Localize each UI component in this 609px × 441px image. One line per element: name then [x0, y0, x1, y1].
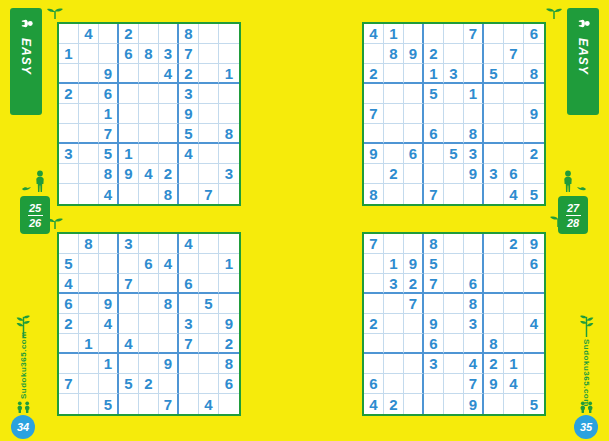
sudoku-cell-r9c8[interactable]: 4: [504, 184, 524, 204]
sudoku-cell-r9c2[interactable]: [79, 184, 99, 204]
sudoku-cell-r9c4[interactable]: [424, 394, 444, 414]
sudoku-cell-r4c4[interactable]: [119, 84, 139, 104]
sudoku-cell-r8c4[interactable]: 5: [119, 374, 139, 394]
sudoku-cell-r4c1[interactable]: 2: [59, 84, 79, 104]
sudoku-cell-r3c6[interactable]: 6: [464, 274, 484, 294]
sudoku-cell-r4c4[interactable]: [119, 294, 139, 314]
sudoku-cell-r4c4[interactable]: [424, 294, 444, 314]
sudoku-cell-r2c3[interactable]: [99, 254, 119, 274]
sudoku-cell-r9c8[interactable]: [504, 394, 524, 414]
sudoku-cell-r6c7[interactable]: 8: [484, 334, 504, 354]
sudoku-cell-r3c8[interactable]: [199, 274, 219, 294]
sudoku-cell-r8c5[interactable]: [444, 374, 464, 394]
sudoku-cell-r3c9[interactable]: 8: [524, 64, 544, 84]
sudoku-cell-r1c7[interactable]: 4: [179, 234, 199, 254]
sudoku-cell-r2c3[interactable]: 9: [404, 44, 424, 64]
sudoku-cell-r4c2[interactable]: [384, 84, 404, 104]
sudoku-cell-r5c9[interactable]: 4: [524, 314, 544, 334]
sudoku-cell-r5c2[interactable]: [79, 104, 99, 124]
sudoku-cell-r7c1[interactable]: 9: [364, 144, 384, 164]
sudoku-cell-r9c4[interactable]: [119, 394, 139, 414]
sudoku-cell-r5c2[interactable]: [384, 104, 404, 124]
sudoku-cell-r6c2[interactable]: [384, 334, 404, 354]
sudoku-cell-r8c4[interactable]: [424, 374, 444, 394]
sudoku-cell-r9c4[interactable]: 7: [424, 184, 444, 204]
sudoku-cell-r4c7[interactable]: [484, 84, 504, 104]
sudoku-cell-r1c3[interactable]: [404, 234, 424, 254]
sudoku-cell-r4c9[interactable]: [524, 294, 544, 314]
sudoku-cell-r8c8[interactable]: 4: [504, 374, 524, 394]
sudoku-cell-r1c4[interactable]: 3: [119, 234, 139, 254]
sudoku-cell-r7c3[interactable]: 6: [404, 144, 424, 164]
sudoku-cell-r8c5[interactable]: 4: [139, 164, 159, 184]
sudoku-cell-r5c1[interactable]: 2: [364, 314, 384, 334]
sudoku-cell-r2c1[interactable]: 5: [59, 254, 79, 274]
sudoku-cell-r7c7[interactable]: [484, 144, 504, 164]
sudoku-cell-r8c1[interactable]: 7: [59, 374, 79, 394]
sudoku-cell-r2c1[interactable]: [364, 44, 384, 64]
sudoku-cell-r1c9[interactable]: 6: [524, 24, 544, 44]
sudoku-cell-r3c2[interactable]: [79, 274, 99, 294]
sudoku-cell-r3c6[interactable]: [464, 64, 484, 84]
sudoku-cell-r7c6[interactable]: [159, 144, 179, 164]
sudoku-cell-r5c5[interactable]: [139, 314, 159, 334]
sudoku-cell-r2c6[interactable]: [464, 44, 484, 64]
sudoku-cell-r7c5[interactable]: 5: [444, 144, 464, 164]
sudoku-cell-r7c3[interactable]: 1: [99, 354, 119, 374]
sudoku-cell-r2c7[interactable]: [484, 254, 504, 274]
sudoku-cell-r1c5[interactable]: [139, 24, 159, 44]
sudoku-cell-r5c7[interactable]: [484, 314, 504, 334]
sudoku-cell-r6c5[interactable]: [444, 334, 464, 354]
sudoku-cell-r3c4[interactable]: [119, 64, 139, 84]
sudoku-cell-r3c9[interactable]: 1: [219, 64, 239, 84]
sudoku-cell-r8c2[interactable]: [79, 374, 99, 394]
sudoku-cell-r7c4[interactable]: [119, 354, 139, 374]
sudoku-cell-r4c5[interactable]: [139, 294, 159, 314]
sudoku-cell-r6c8[interactable]: [504, 124, 524, 144]
sudoku-cell-r9c2[interactable]: [79, 394, 99, 414]
sudoku-cell-r4c3[interactable]: 6: [99, 84, 119, 104]
sudoku-cell-r5c2[interactable]: [384, 314, 404, 334]
sudoku-cell-r8c1[interactable]: [59, 164, 79, 184]
sudoku-cell-r1c9[interactable]: [219, 24, 239, 44]
sudoku-cell-r2c9[interactable]: [524, 44, 544, 64]
sudoku-cell-r9c2[interactable]: 2: [384, 394, 404, 414]
sudoku-cell-r4c3[interactable]: 9: [99, 294, 119, 314]
sudoku-cell-r9c9[interactable]: [219, 394, 239, 414]
sudoku-cell-r2c4[interactable]: 6: [119, 44, 139, 64]
sudoku-cell-r7c2[interactable]: [384, 144, 404, 164]
sudoku-cell-r8c6[interactable]: 7: [464, 374, 484, 394]
sudoku-cell-r2c8[interactable]: [199, 254, 219, 274]
sudoku-cell-r2c7[interactable]: [179, 254, 199, 274]
sudoku-cell-r2c3[interactable]: 9: [404, 254, 424, 274]
sudoku-cell-r8c6[interactable]: 2: [159, 164, 179, 184]
sudoku-cell-r8c8[interactable]: 6: [504, 164, 524, 184]
sudoku-cell-r8c8[interactable]: [199, 164, 219, 184]
sudoku-cell-r2c8[interactable]: [504, 254, 524, 274]
sudoku-cell-r1c6[interactable]: [464, 234, 484, 254]
sudoku-cell-r2c4[interactable]: [119, 254, 139, 274]
sudoku-cell-r8c9[interactable]: [524, 164, 544, 184]
sudoku-cell-r5c9[interactable]: 9: [219, 314, 239, 334]
sudoku-cell-r3c2[interactable]: [384, 64, 404, 84]
sudoku-cell-r5c3[interactable]: 1: [99, 104, 119, 124]
sudoku-cell-r5c5[interactable]: [444, 314, 464, 334]
sudoku-cell-r3c9[interactable]: [219, 274, 239, 294]
sudoku-cell-r9c7[interactable]: [484, 394, 504, 414]
sudoku-cell-r9c9[interactable]: 5: [524, 394, 544, 414]
sudoku-cell-r4c8[interactable]: [504, 84, 524, 104]
sudoku-cell-r7c6[interactable]: 3: [464, 144, 484, 164]
sudoku-cell-r1c3[interactable]: [404, 24, 424, 44]
sudoku-cell-r7c9[interactable]: 8: [219, 354, 239, 374]
sudoku-cell-r1c5[interactable]: [444, 234, 464, 254]
sudoku-cell-r5c5[interactable]: [139, 104, 159, 124]
sudoku-cell-r5c5[interactable]: [444, 104, 464, 124]
sudoku-cell-r6c9[interactable]: 2: [219, 334, 239, 354]
sudoku-cell-r4c3[interactable]: 7: [404, 294, 424, 314]
sudoku-cell-r5c9[interactable]: 9: [524, 104, 544, 124]
sudoku-cell-r2c8[interactable]: [199, 44, 219, 64]
sudoku-cell-r8c2[interactable]: [384, 374, 404, 394]
sudoku-cell-r7c6[interactable]: 9: [159, 354, 179, 374]
sudoku-cell-r1c4[interactable]: 8: [424, 234, 444, 254]
sudoku-cell-r5c8[interactable]: [199, 314, 219, 334]
sudoku-cell-r7c9[interactable]: [524, 354, 544, 374]
sudoku-cell-r8c2[interactable]: 2: [384, 164, 404, 184]
sudoku-cell-r7c9[interactable]: [219, 144, 239, 164]
sudoku-cell-r1c3[interactable]: [99, 234, 119, 254]
sudoku-cell-r9c5[interactable]: [444, 184, 464, 204]
sudoku-cell-r4c6[interactable]: 1: [464, 84, 484, 104]
sudoku-cell-r9c3[interactable]: 5: [99, 394, 119, 414]
sudoku-cell-r4c7[interactable]: [179, 294, 199, 314]
sudoku-cell-r1c2[interactable]: 1: [384, 24, 404, 44]
sudoku-cell-r1c1[interactable]: 7: [364, 234, 384, 254]
sudoku-cell-r2c8[interactable]: 7: [504, 44, 524, 64]
sudoku-cell-r7c5[interactable]: [444, 354, 464, 374]
sudoku-cell-r3c4[interactable]: 7: [119, 274, 139, 294]
sudoku-cell-r6c1[interactable]: [364, 334, 384, 354]
sudoku-cell-r5c4[interactable]: [424, 104, 444, 124]
sudoku-cell-r8c9[interactable]: [524, 374, 544, 394]
sudoku-cell-r6c1[interactable]: [364, 124, 384, 144]
sudoku-cell-r7c8[interactable]: [199, 144, 219, 164]
sudoku-cell-r7c1[interactable]: [364, 354, 384, 374]
sudoku-cell-r2c5[interactable]: [444, 44, 464, 64]
sudoku-cell-r3c3[interactable]: [99, 274, 119, 294]
sudoku-cell-r4c1[interactable]: 6: [59, 294, 79, 314]
sudoku-cell-r2c6[interactable]: 4: [159, 254, 179, 274]
sudoku-cell-r5c1[interactable]: [59, 104, 79, 124]
sudoku-cell-r6c7[interactable]: 5: [179, 124, 199, 144]
sudoku-cell-r1c3[interactable]: [99, 24, 119, 44]
sudoku-cell-r8c6[interactable]: 9: [464, 164, 484, 184]
sudoku-cell-r9c1[interactable]: 8: [364, 184, 384, 204]
sudoku-cell-r8c6[interactable]: [159, 374, 179, 394]
sudoku-cell-r1c8[interactable]: [504, 24, 524, 44]
sudoku-cell-r4c5[interactable]: [139, 84, 159, 104]
sudoku-cell-r6c1[interactable]: [59, 124, 79, 144]
sudoku-cell-r6c3[interactable]: [99, 334, 119, 354]
sudoku-cell-r1c1[interactable]: [59, 234, 79, 254]
sudoku-cell-r3c6[interactable]: 4: [159, 64, 179, 84]
sudoku-cell-r6c6[interactable]: [159, 334, 179, 354]
sudoku-cell-r9c6[interactable]: [464, 184, 484, 204]
sudoku-cell-r3c5[interactable]: [444, 274, 464, 294]
sudoku-cell-r3c5[interactable]: [139, 64, 159, 84]
sudoku-cell-r4c2[interactable]: [79, 294, 99, 314]
sudoku-cell-r3c8[interactable]: [504, 64, 524, 84]
sudoku-cell-r5c8[interactable]: [504, 104, 524, 124]
sudoku-cell-r1c8[interactable]: 2: [504, 234, 524, 254]
sudoku-cell-r8c1[interactable]: [364, 164, 384, 184]
sudoku-cell-r6c5[interactable]: [444, 124, 464, 144]
sudoku-cell-r1c1[interactable]: 4: [364, 24, 384, 44]
sudoku-cell-r9c1[interactable]: [59, 394, 79, 414]
sudoku-cell-r1c8[interactable]: [199, 234, 219, 254]
sudoku-cell-r8c8[interactable]: [199, 374, 219, 394]
sudoku-cell-r3c2[interactable]: 3: [384, 274, 404, 294]
sudoku-cell-r1c5[interactable]: [139, 234, 159, 254]
sudoku-cell-r2c5[interactable]: 6: [139, 254, 159, 274]
sudoku-cell-r3c1[interactable]: [364, 274, 384, 294]
sudoku-cell-r6c3[interactable]: [404, 334, 424, 354]
sudoku-cell-r4c1[interactable]: [364, 294, 384, 314]
sudoku-cell-r4c9[interactable]: [219, 84, 239, 104]
sudoku-cell-r4c3[interactable]: [404, 84, 424, 104]
sudoku-cell-r8c5[interactable]: [444, 164, 464, 184]
sudoku-cell-r3c3[interactable]: [404, 64, 424, 84]
sudoku-cell-r2c5[interactable]: 8: [139, 44, 159, 64]
sudoku-cell-r2c2[interactable]: [79, 44, 99, 64]
sudoku-cell-r6c5[interactable]: [139, 334, 159, 354]
sudoku-cell-r5c4[interactable]: 9: [424, 314, 444, 334]
sudoku-cell-r3c3[interactable]: 9: [99, 64, 119, 84]
sudoku-cell-r8c9[interactable]: 3: [219, 164, 239, 184]
sudoku-cell-r8c1[interactable]: 6: [364, 374, 384, 394]
sudoku-cell-r5c8[interactable]: [504, 314, 524, 334]
sudoku-cell-r8c3[interactable]: [99, 374, 119, 394]
sudoku-cell-r6c2[interactable]: 1: [79, 334, 99, 354]
sudoku-cell-r7c4[interactable]: 3: [424, 354, 444, 374]
sudoku-cell-r8c9[interactable]: 6: [219, 374, 239, 394]
sudoku-cell-r5c9[interactable]: [219, 104, 239, 124]
sudoku-cell-r6c1[interactable]: [59, 334, 79, 354]
sudoku-cell-r1c4[interactable]: 2: [119, 24, 139, 44]
sudoku-cell-r7c5[interactable]: [139, 354, 159, 374]
sudoku-cell-r8c3[interactable]: 8: [99, 164, 119, 184]
sudoku-cell-r9c3[interactable]: 4: [99, 184, 119, 204]
sudoku-cell-r7c4[interactable]: 1: [119, 144, 139, 164]
sudoku-cell-r4c6[interactable]: [159, 84, 179, 104]
sudoku-cell-r1c6[interactable]: [159, 24, 179, 44]
sudoku-cell-r9c5[interactable]: [139, 184, 159, 204]
sudoku-cell-r4c6[interactable]: 8: [464, 294, 484, 314]
sudoku-cell-r6c8[interactable]: [504, 334, 524, 354]
sudoku-cell-r7c4[interactable]: [424, 144, 444, 164]
sudoku-cell-r5c3[interactable]: [404, 314, 424, 334]
sudoku-cell-r2c9[interactable]: 1: [219, 254, 239, 274]
sudoku-cell-r9c7[interactable]: [179, 394, 199, 414]
sudoku-cell-r6c7[interactable]: 7: [179, 334, 199, 354]
sudoku-cell-r5c7[interactable]: [484, 104, 504, 124]
sudoku-cell-r5c7[interactable]: 3: [179, 314, 199, 334]
sudoku-cell-r9c8[interactable]: 7: [199, 184, 219, 204]
sudoku-cell-r7c8[interactable]: [199, 354, 219, 374]
sudoku-cell-r5c7[interactable]: 9: [179, 104, 199, 124]
sudoku-cell-r6c4[interactable]: [119, 124, 139, 144]
sudoku-cell-r9c9[interactable]: [219, 184, 239, 204]
sudoku-cell-r6c2[interactable]: [79, 124, 99, 144]
sudoku-cell-r6c2[interactable]: [384, 124, 404, 144]
sudoku-cell-r7c3[interactable]: [404, 354, 424, 374]
sudoku-cell-r4c5[interactable]: [444, 294, 464, 314]
sudoku-cell-r6c6[interactable]: [159, 124, 179, 144]
sudoku-cell-r5c2[interactable]: [79, 314, 99, 334]
sudoku-cell-r7c6[interactable]: 4: [464, 354, 484, 374]
sudoku-cell-r7c7[interactable]: 2: [484, 354, 504, 374]
sudoku-cell-r3c9[interactable]: [524, 274, 544, 294]
sudoku-cell-r6c3[interactable]: [404, 124, 424, 144]
sudoku-cell-r3c7[interactable]: 6: [179, 274, 199, 294]
sudoku-cell-r2c6[interactable]: [464, 254, 484, 274]
sudoku-cell-r4c9[interactable]: [219, 294, 239, 314]
sudoku-cell-r6c9[interactable]: 8: [219, 124, 239, 144]
sudoku-cell-r8c7[interactable]: [179, 164, 199, 184]
sudoku-cell-r2c2[interactable]: 1: [384, 254, 404, 274]
sudoku-cell-r2c4[interactable]: 2: [424, 44, 444, 64]
sudoku-cell-r8c4[interactable]: 9: [119, 164, 139, 184]
sudoku-cell-r3c5[interactable]: 3: [444, 64, 464, 84]
sudoku-cell-r9c6[interactable]: 8: [159, 184, 179, 204]
sudoku-cell-r2c3[interactable]: [99, 44, 119, 64]
sudoku-cell-r2c1[interactable]: [364, 254, 384, 274]
sudoku-cell-r7c8[interactable]: 1: [504, 354, 524, 374]
sudoku-cell-r5c8[interactable]: [199, 104, 219, 124]
sudoku-cell-r6c8[interactable]: [199, 124, 219, 144]
sudoku-cell-r7c3[interactable]: 5: [99, 144, 119, 164]
sudoku-cell-r5c4[interactable]: [119, 104, 139, 124]
sudoku-cell-r1c2[interactable]: 8: [79, 234, 99, 254]
sudoku-cell-r9c5[interactable]: [444, 394, 464, 414]
sudoku-cell-r3c1[interactable]: 2: [364, 64, 384, 84]
sudoku-cell-r5c6[interactable]: [464, 104, 484, 124]
sudoku-cell-r2c1[interactable]: 1: [59, 44, 79, 64]
sudoku-cell-r3c6[interactable]: [159, 274, 179, 294]
sudoku-cell-r9c7[interactable]: [179, 184, 199, 204]
sudoku-cell-r4c7[interactable]: 3: [179, 84, 199, 104]
sudoku-cell-r6c9[interactable]: [524, 334, 544, 354]
sudoku-cell-r8c3[interactable]: [404, 374, 424, 394]
sudoku-cell-r4c7[interactable]: [484, 294, 504, 314]
sudoku-cell-r4c5[interactable]: [444, 84, 464, 104]
sudoku-cell-r4c4[interactable]: 5: [424, 84, 444, 104]
sudoku-cell-r3c7[interactable]: 2: [179, 64, 199, 84]
sudoku-cell-r4c9[interactable]: [524, 84, 544, 104]
sudoku-cell-r1c7[interactable]: [484, 234, 504, 254]
sudoku-cell-r5c6[interactable]: 3: [464, 314, 484, 334]
sudoku-cell-r9c2[interactable]: [384, 184, 404, 204]
sudoku-cell-r8c7[interactable]: 9: [484, 374, 504, 394]
sudoku-cell-r3c3[interactable]: 2: [404, 274, 424, 294]
sudoku-cell-r5c1[interactable]: 2: [59, 314, 79, 334]
sudoku-cell-r9c3[interactable]: [404, 184, 424, 204]
sudoku-cell-r6c8[interactable]: [199, 334, 219, 354]
sudoku-cell-r3c8[interactable]: [199, 64, 219, 84]
sudoku-cell-r6c4[interactable]: 6: [424, 124, 444, 144]
sudoku-cell-r1c7[interactable]: 8: [179, 24, 199, 44]
sudoku-cell-r7c2[interactable]: [384, 354, 404, 374]
sudoku-cell-r5c6[interactable]: [159, 104, 179, 124]
sudoku-cell-r8c7[interactable]: [179, 374, 199, 394]
sudoku-cell-r3c4[interactable]: 7: [424, 274, 444, 294]
sudoku-cell-r6c6[interactable]: 8: [464, 124, 484, 144]
sudoku-cell-r8c3[interactable]: [404, 164, 424, 184]
sudoku-cell-r7c1[interactable]: 3: [59, 144, 79, 164]
sudoku-cell-r1c1[interactable]: [59, 24, 79, 44]
sudoku-cell-r5c3[interactable]: 4: [99, 314, 119, 334]
sudoku-cell-r2c4[interactable]: 5: [424, 254, 444, 274]
sudoku-cell-r2c6[interactable]: 3: [159, 44, 179, 64]
sudoku-cell-r1c6[interactable]: 7: [464, 24, 484, 44]
sudoku-cell-r2c2[interactable]: [79, 254, 99, 274]
sudoku-cell-r9c1[interactable]: 4: [364, 394, 384, 414]
sudoku-cell-r1c2[interactable]: 4: [79, 24, 99, 44]
sudoku-cell-r6c9[interactable]: [524, 124, 544, 144]
sudoku-cell-r7c1[interactable]: [59, 354, 79, 374]
sudoku-cell-r2c9[interactable]: [219, 44, 239, 64]
sudoku-cell-r4c2[interactable]: [79, 84, 99, 104]
sudoku-cell-r1c4[interactable]: [424, 24, 444, 44]
sudoku-cell-r3c2[interactable]: [79, 64, 99, 84]
sudoku-cell-r9c3[interactable]: [404, 394, 424, 414]
sudoku-cell-r7c9[interactable]: 2: [524, 144, 544, 164]
sudoku-cell-r4c6[interactable]: 8: [159, 294, 179, 314]
sudoku-cell-r9c6[interactable]: 7: [159, 394, 179, 414]
sudoku-cell-r1c7[interactable]: [484, 24, 504, 44]
sudoku-cell-r1c2[interactable]: [384, 234, 404, 254]
sudoku-cell-r9c5[interactable]: [139, 394, 159, 414]
sudoku-cell-r5c4[interactable]: [119, 314, 139, 334]
sudoku-cell-r8c2[interactable]: [79, 164, 99, 184]
sudoku-cell-r7c8[interactable]: [504, 144, 524, 164]
sudoku-cell-r2c9[interactable]: 6: [524, 254, 544, 274]
sudoku-cell-r9c8[interactable]: 4: [199, 394, 219, 414]
sudoku-cell-r3c8[interactable]: [504, 274, 524, 294]
sudoku-cell-r9c6[interactable]: 9: [464, 394, 484, 414]
sudoku-cell-r4c2[interactable]: [384, 294, 404, 314]
sudoku-cell-r8c5[interactable]: 2: [139, 374, 159, 394]
sudoku-cell-r9c9[interactable]: 5: [524, 184, 544, 204]
sudoku-cell-r4c8[interactable]: [504, 294, 524, 314]
sudoku-cell-r7c2[interactable]: [79, 354, 99, 374]
sudoku-cell-r6c4[interactable]: 4: [119, 334, 139, 354]
sudoku-cell-r9c1[interactable]: [59, 184, 79, 204]
sudoku-cell-r7c5[interactable]: [139, 144, 159, 164]
sudoku-cell-r1c6[interactable]: [159, 234, 179, 254]
sudoku-cell-r6c6[interactable]: [464, 334, 484, 354]
sudoku-cell-r8c4[interactable]: [424, 164, 444, 184]
sudoku-cell-r5c3[interactable]: [404, 104, 424, 124]
sudoku-cell-r3c1[interactable]: 4: [59, 274, 79, 294]
sudoku-cell-r1c9[interactable]: [219, 234, 239, 254]
sudoku-cell-r5c6[interactable]: [159, 314, 179, 334]
sudoku-cell-r7c7[interactable]: 4: [179, 144, 199, 164]
sudoku-cell-r3c7[interactable]: 5: [484, 64, 504, 84]
